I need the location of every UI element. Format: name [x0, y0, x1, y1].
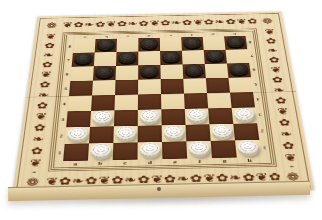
white-man[interactable] [188, 141, 209, 156]
black-man[interactable] [140, 65, 159, 77]
square-h3[interactable] [232, 107, 258, 123]
square-g3[interactable] [208, 108, 233, 124]
square-h8[interactable] [224, 36, 247, 50]
square-h7[interactable] [226, 49, 250, 63]
black-man[interactable] [185, 64, 204, 76]
rank-label: 7 [247, 49, 257, 63]
square-h4[interactable] [230, 92, 255, 108]
square-c5[interactable] [115, 80, 138, 95]
rank-label: 5 [251, 77, 261, 92]
square-f3[interactable] [185, 108, 210, 124]
black-man[interactable] [226, 36, 245, 47]
rank-label: 2 [257, 123, 268, 140]
white-man[interactable] [187, 108, 207, 122]
black-man[interactable] [229, 63, 249, 75]
file-label: b [88, 160, 113, 167]
square-f5[interactable] [183, 78, 207, 93]
square-e8[interactable] [160, 37, 182, 51]
square-e5[interactable] [161, 79, 184, 94]
square-f6[interactable] [183, 64, 206, 79]
white-man[interactable] [140, 142, 160, 157]
square-g7[interactable] [204, 50, 227, 64]
square-f8[interactable] [181, 37, 203, 51]
square-h1[interactable] [235, 140, 262, 158]
file-label: a [63, 161, 88, 168]
black-man[interactable] [97, 39, 115, 50]
square-d4[interactable] [138, 94, 161, 110]
rank-label: 3 [255, 107, 265, 123]
playfield-frame: abcdefgh 87654321 87654321 abcdefgh [50, 30, 274, 170]
black-man[interactable] [95, 66, 114, 78]
black-man[interactable] [140, 38, 158, 49]
rosette-icon: ❁ [40, 19, 64, 33]
square-d8[interactable] [138, 38, 160, 52]
square-f4[interactable] [184, 93, 208, 109]
rank-label: 1 [259, 140, 270, 157]
squares-grid [63, 36, 261, 161]
square-h5[interactable] [228, 77, 253, 92]
square-d3[interactable] [138, 109, 162, 125]
checkers-board: ❦✿❧✿❦✿❧✿❦✿❧✿❦✿❧✿❦✿❧✿❦✿❧✿❦✿ ❦✿❧✿❦✿❧✿❦✿❧✿❦… [12, 11, 314, 196]
file-label: h [237, 157, 263, 164]
rosette-icon: ❁ [255, 14, 279, 28]
file-label: e [162, 159, 187, 166]
square-c7[interactable] [116, 52, 138, 66]
square-a3[interactable] [66, 111, 91, 127]
square-b4[interactable] [91, 95, 115, 111]
black-man[interactable] [74, 53, 93, 65]
white-man[interactable] [92, 110, 112, 124]
square-a5[interactable] [69, 81, 93, 96]
square-c1[interactable] [113, 142, 138, 160]
square-c4[interactable] [114, 94, 138, 110]
square-d1[interactable] [138, 142, 163, 160]
frame-corner [262, 157, 272, 163]
square-a6[interactable] [70, 66, 93, 81]
white-man[interactable] [234, 107, 255, 121]
square-g8[interactable] [203, 36, 226, 50]
white-man[interactable] [164, 125, 184, 139]
square-a1[interactable] [63, 143, 89, 161]
file-label: d [138, 159, 163, 166]
square-e6[interactable] [160, 64, 183, 79]
black-man[interactable] [206, 50, 225, 62]
square-d7[interactable] [138, 51, 160, 65]
square-c6[interactable] [116, 65, 139, 80]
square-a4[interactable] [68, 95, 92, 111]
square-h6[interactable] [227, 63, 251, 78]
square-h2[interactable] [233, 123, 259, 140]
square-b5[interactable] [92, 80, 116, 95]
photo-stage: ❦✿❧✿❦✿❧✿❦✿❧✿❦✿❧✿❦✿❧✿❦✿❧✿❦✿ ❦✿❧✿❦✿❧✿❦✿❧✿❦… [0, 0, 322, 220]
white-man[interactable] [90, 143, 111, 158]
file-label: g [212, 158, 237, 165]
black-man[interactable] [118, 52, 136, 64]
square-d5[interactable] [138, 79, 161, 94]
square-e2[interactable] [162, 125, 187, 142]
square-b7[interactable] [94, 52, 117, 66]
square-a7[interactable] [72, 52, 95, 66]
square-e1[interactable] [162, 141, 187, 159]
square-b8[interactable] [95, 39, 117, 53]
square-g4[interactable] [207, 93, 232, 109]
square-c2[interactable] [113, 126, 137, 143]
square-a8[interactable] [73, 39, 96, 53]
square-e7[interactable] [160, 51, 182, 65]
square-e4[interactable] [161, 94, 185, 110]
square-b3[interactable] [90, 110, 114, 126]
square-g1[interactable] [211, 140, 237, 158]
square-c3[interactable] [114, 110, 138, 126]
square-f2[interactable] [186, 124, 211, 141]
file-label: c [113, 160, 138, 167]
square-b1[interactable] [88, 143, 113, 161]
black-man[interactable] [162, 51, 181, 63]
square-e3[interactable] [161, 109, 185, 125]
square-f1[interactable] [186, 141, 212, 159]
rank-label: 8 [246, 36, 255, 49]
rank-label: 4 [253, 92, 263, 107]
square-g6[interactable] [205, 63, 229, 78]
square-c8[interactable] [117, 38, 139, 52]
file-label: f [187, 158, 212, 165]
square-a2[interactable] [65, 127, 90, 144]
white-man[interactable] [140, 109, 160, 123]
white-man[interactable] [211, 124, 232, 138]
black-man[interactable] [183, 37, 202, 48]
clasp-icon [157, 187, 161, 191]
white-man[interactable] [116, 126, 136, 140]
square-g5[interactable] [206, 78, 230, 93]
square-d6[interactable] [138, 65, 161, 80]
rank-label: 6 [249, 63, 259, 77]
square-g2[interactable] [209, 124, 235, 141]
square-d2[interactable] [138, 125, 162, 142]
white-man[interactable] [237, 140, 259, 155]
white-man[interactable] [67, 127, 88, 141]
square-b2[interactable] [89, 126, 114, 143]
square-b6[interactable] [93, 66, 116, 81]
square-f7[interactable] [182, 50, 205, 64]
